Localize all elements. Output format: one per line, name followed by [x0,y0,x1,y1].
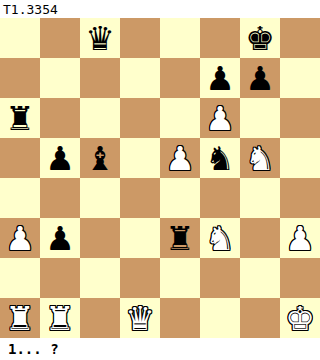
square-e6[interactable] [160,98,200,138]
square-c6[interactable] [80,98,120,138]
square-e5[interactable]: ♟ [160,138,200,178]
square-h6[interactable] [280,98,320,138]
square-d5[interactable] [120,138,160,178]
square-d6[interactable] [120,98,160,138]
square-b1[interactable]: ♜ [40,298,80,338]
square-c7[interactable] [80,58,120,98]
white-rook-a1: ♜ [5,302,35,335]
square-c8[interactable]: ♛ [80,18,120,58]
black-pawn-g7: ♟ [245,62,275,95]
white-pawn-e5: ♟ [165,142,195,175]
black-rook-a6: ♜ [5,102,35,135]
black-pawn-b5: ♟ [45,142,75,175]
square-h4[interactable] [280,178,320,218]
square-b6[interactable] [40,98,80,138]
black-pawn-f7: ♟ [205,62,235,95]
square-e4[interactable] [160,178,200,218]
status-bar: 1... ? [0,338,320,360]
square-b3[interactable]: ♟ [40,218,80,258]
square-h7[interactable] [280,58,320,98]
square-f4[interactable] [200,178,240,218]
square-a5[interactable] [0,138,40,178]
square-g2[interactable] [240,258,280,298]
square-e8[interactable] [160,18,200,58]
square-b5[interactable]: ♟ [40,138,80,178]
puzzle-id: T1.3354 [3,2,58,17]
square-e1[interactable] [160,298,200,338]
title-bar: T1.3354 [0,0,320,18]
square-g8[interactable]: ♚ [240,18,280,58]
move-prompt: 1... ? [8,341,59,357]
square-b2[interactable] [40,258,80,298]
white-queen-d1: ♛ [125,302,155,335]
square-g3[interactable] [240,218,280,258]
square-g7[interactable]: ♟ [240,58,280,98]
square-c4[interactable] [80,178,120,218]
square-b4[interactable] [40,178,80,218]
black-rook-e3: ♜ [165,222,195,255]
square-c1[interactable] [80,298,120,338]
square-f3[interactable]: ♞ [200,218,240,258]
square-c5[interactable]: ♝ [80,138,120,178]
square-c3[interactable] [80,218,120,258]
black-knight-f5: ♞ [205,142,235,175]
black-queen-c8: ♛ [85,22,115,55]
square-c2[interactable] [80,258,120,298]
square-f5[interactable]: ♞ [200,138,240,178]
square-e7[interactable] [160,58,200,98]
square-d7[interactable] [120,58,160,98]
square-h1[interactable]: ♚ [280,298,320,338]
square-a6[interactable]: ♜ [0,98,40,138]
white-knight-g5: ♞ [245,142,275,175]
square-g4[interactable] [240,178,280,218]
square-a4[interactable] [0,178,40,218]
square-e3[interactable]: ♜ [160,218,200,258]
square-g6[interactable] [240,98,280,138]
square-d4[interactable] [120,178,160,218]
square-a8[interactable] [0,18,40,58]
black-king-g8: ♚ [245,22,275,55]
black-pawn-b3: ♟ [45,222,75,255]
chess-board: ♛♚♟♟♜♟♟♝♟♞♞♟♟♜♞♟♜♜♛♚ [0,18,320,338]
square-h8[interactable] [280,18,320,58]
square-h3[interactable]: ♟ [280,218,320,258]
square-h2[interactable] [280,258,320,298]
square-g5[interactable]: ♞ [240,138,280,178]
black-bishop-c5: ♝ [85,142,115,175]
square-e2[interactable] [160,258,200,298]
square-f8[interactable] [200,18,240,58]
square-a3[interactable]: ♟ [0,218,40,258]
square-a1[interactable]: ♜ [0,298,40,338]
square-f2[interactable] [200,258,240,298]
square-f6[interactable]: ♟ [200,98,240,138]
square-b7[interactable] [40,58,80,98]
square-d3[interactable] [120,218,160,258]
white-knight-f3: ♞ [205,222,235,255]
white-king-h1: ♚ [285,302,315,335]
white-rook-b1: ♜ [45,302,75,335]
square-a7[interactable] [0,58,40,98]
square-g1[interactable] [240,298,280,338]
square-f1[interactable] [200,298,240,338]
square-b8[interactable] [40,18,80,58]
square-d1[interactable]: ♛ [120,298,160,338]
square-f7[interactable]: ♟ [200,58,240,98]
square-d8[interactable] [120,18,160,58]
square-h5[interactable] [280,138,320,178]
white-pawn-a3: ♟ [5,222,35,255]
white-pawn-h3: ♟ [285,222,315,255]
white-pawn-f6: ♟ [205,102,235,135]
square-d2[interactable] [120,258,160,298]
square-a2[interactable] [0,258,40,298]
